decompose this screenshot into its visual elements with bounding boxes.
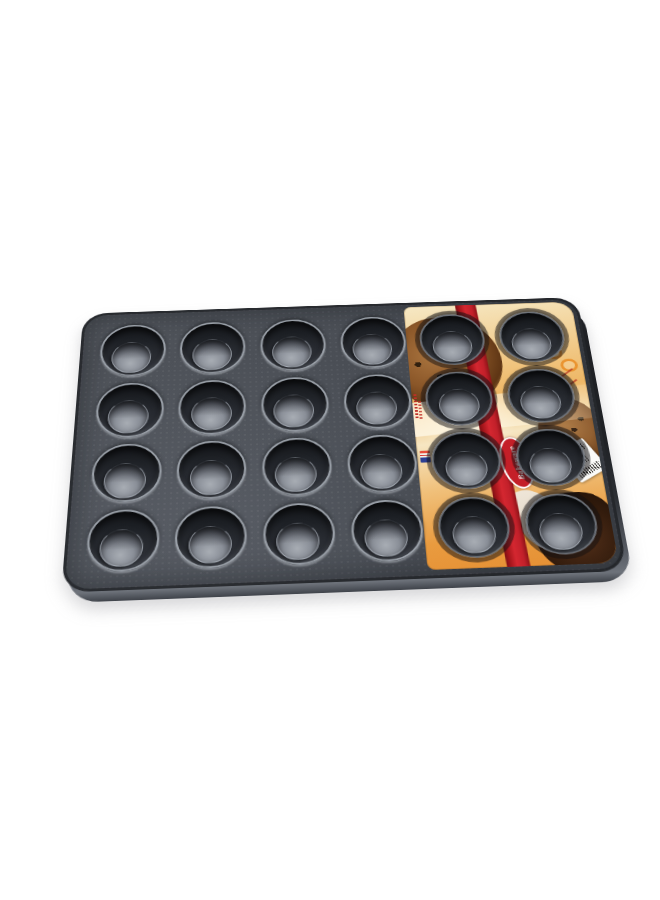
muffin-cup [430,431,505,491]
cup-cell [410,310,496,370]
muffin-cup [418,313,488,366]
muffin-cup [522,492,602,555]
muffin-cup [180,321,246,374]
muffin-cup [85,508,160,572]
cup-cell [254,373,338,437]
cup-grid [76,308,611,577]
muffin-pan: Bakeware [61,297,627,592]
muffin-cup [261,376,330,432]
cup-cell [91,321,174,381]
cup-cell [416,367,505,430]
cup-cell [332,313,416,373]
cup-cell [76,504,168,577]
cup-cell [489,308,577,367]
cup-cell [335,370,422,433]
cup-cell [255,498,345,570]
cup-cell [81,439,170,507]
cup-cell [166,501,256,574]
muffin-cup [263,502,336,566]
cup-cell [172,318,253,378]
muffin-cup [177,440,247,500]
cup-cell [513,488,611,560]
muffin-cup [496,311,568,364]
muffin-cup [436,495,514,559]
cup-cell [170,375,254,439]
cup-cell [86,378,172,442]
muffin-cup [262,437,333,497]
muffin-cup [175,505,248,569]
cup-cell [338,430,428,498]
muffin-cup [346,434,419,494]
cup-cell [428,491,523,563]
muffin-cup [504,368,579,424]
cup-cell [341,495,434,567]
cup-cell [168,436,255,504]
muffin-cup [178,379,246,436]
cup-cell [253,315,335,375]
muffin-cup [339,316,408,369]
muffin-cup [342,373,413,429]
product-photo: Bakeware [0,0,660,900]
muffin-cup [98,324,166,377]
cup-cell [254,433,341,501]
muffin-cup [513,428,590,487]
muffin-cup [90,443,163,503]
cup-cell [505,424,599,491]
muffin-cup [94,382,164,439]
muffin-cup [260,319,327,372]
muffin-cup [350,499,426,563]
pan-body: Bakeware [61,297,627,592]
cup-cell [496,364,587,427]
cup-cell [421,427,513,494]
muffin-cup [423,370,496,426]
